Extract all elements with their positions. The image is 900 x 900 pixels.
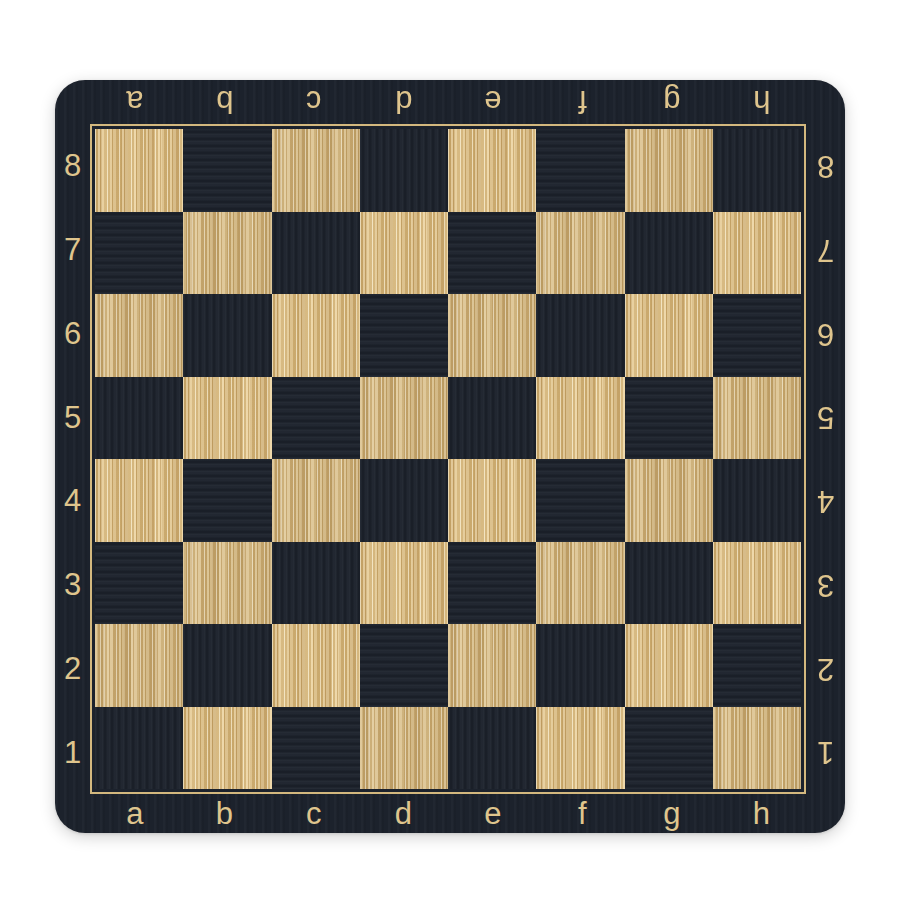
rank-left-label-7: 7 — [55, 208, 90, 292]
rank-right-label-7: 7 — [806, 208, 845, 292]
square-b1[interactable] — [183, 707, 271, 790]
square-e2[interactable] — [448, 624, 536, 707]
square-f2[interactable] — [536, 624, 624, 707]
square-c1[interactable] — [272, 707, 360, 790]
square-g4[interactable] — [625, 459, 713, 542]
square-e3[interactable] — [448, 542, 536, 625]
square-d8[interactable] — [360, 129, 448, 212]
file-bottom-label-h: h — [717, 794, 807, 833]
square-a8[interactable] — [95, 129, 183, 212]
file-top-label-c: c — [269, 80, 359, 124]
rank-left-label-4: 4 — [55, 459, 90, 543]
square-c7[interactable] — [272, 212, 360, 295]
square-f3[interactable] — [536, 542, 624, 625]
square-f4[interactable] — [536, 459, 624, 542]
square-e8[interactable] — [448, 129, 536, 212]
square-b4[interactable] — [183, 459, 271, 542]
square-g8[interactable] — [625, 129, 713, 212]
file-top-label-g: g — [627, 80, 717, 124]
square-b8[interactable] — [183, 129, 271, 212]
board-grid — [90, 124, 806, 794]
rank-labels-right: 87654321 — [806, 124, 845, 794]
rank-left-label-8: 8 — [55, 124, 90, 208]
square-h1[interactable] — [713, 707, 801, 790]
file-bottom-label-d: d — [359, 794, 449, 833]
square-c8[interactable] — [272, 129, 360, 212]
file-bottom-label-c: c — [269, 794, 359, 833]
rank-left-label-1: 1 — [55, 710, 90, 794]
square-g6[interactable] — [625, 294, 713, 377]
square-a6[interactable] — [95, 294, 183, 377]
square-f7[interactable] — [536, 212, 624, 295]
square-e1[interactable] — [448, 707, 536, 790]
file-top-label-d: d — [359, 80, 449, 124]
square-b3[interactable] — [183, 542, 271, 625]
rank-left-label-2: 2 — [55, 627, 90, 711]
square-e6[interactable] — [448, 294, 536, 377]
file-labels-top: abcdefgh — [90, 80, 806, 124]
file-top-label-b: b — [180, 80, 270, 124]
square-f5[interactable] — [536, 377, 624, 460]
rank-right-label-1: 1 — [806, 710, 845, 794]
square-b6[interactable] — [183, 294, 271, 377]
file-bottom-label-g: g — [627, 794, 717, 833]
rank-right-label-5: 5 — [806, 375, 845, 459]
square-g7[interactable] — [625, 212, 713, 295]
file-labels-bottom: abcdefgh — [90, 794, 806, 833]
rank-labels-left: 87654321 — [55, 124, 90, 794]
rank-right-label-6: 6 — [806, 292, 845, 376]
square-d5[interactable] — [360, 377, 448, 460]
square-a7[interactable] — [95, 212, 183, 295]
square-c4[interactable] — [272, 459, 360, 542]
square-d7[interactable] — [360, 212, 448, 295]
rank-left-label-3: 3 — [55, 543, 90, 627]
square-g5[interactable] — [625, 377, 713, 460]
square-b7[interactable] — [183, 212, 271, 295]
file-top-label-a: a — [90, 80, 180, 124]
square-e7[interactable] — [448, 212, 536, 295]
square-d3[interactable] — [360, 542, 448, 625]
square-g1[interactable] — [625, 707, 713, 790]
square-b5[interactable] — [183, 377, 271, 460]
square-h5[interactable] — [713, 377, 801, 460]
rank-left-label-6: 6 — [55, 292, 90, 376]
square-c5[interactable] — [272, 377, 360, 460]
square-b2[interactable] — [183, 624, 271, 707]
file-bottom-label-f: f — [538, 794, 628, 833]
square-a3[interactable] — [95, 542, 183, 625]
square-a4[interactable] — [95, 459, 183, 542]
square-h7[interactable] — [713, 212, 801, 295]
file-bottom-label-a: a — [90, 794, 180, 833]
square-d6[interactable] — [360, 294, 448, 377]
square-f8[interactable] — [536, 129, 624, 212]
square-c2[interactable] — [272, 624, 360, 707]
file-top-label-f: f — [538, 80, 628, 124]
square-e4[interactable] — [448, 459, 536, 542]
square-c3[interactable] — [272, 542, 360, 625]
file-top-label-h: h — [717, 80, 807, 124]
square-f6[interactable] — [536, 294, 624, 377]
square-a5[interactable] — [95, 377, 183, 460]
file-bottom-label-b: b — [180, 794, 270, 833]
square-e5[interactable] — [448, 377, 536, 460]
file-top-label-e: e — [448, 80, 538, 124]
square-g3[interactable] — [625, 542, 713, 625]
rank-right-label-4: 4 — [806, 459, 845, 543]
square-a1[interactable] — [95, 707, 183, 790]
file-bottom-label-e: e — [448, 794, 538, 833]
photo-background: abcdefgh 87654321 87654321 abcdefgh — [0, 0, 900, 900]
square-d2[interactable] — [360, 624, 448, 707]
square-h3[interactable] — [713, 542, 801, 625]
square-h4[interactable] — [713, 459, 801, 542]
square-d4[interactable] — [360, 459, 448, 542]
square-h6[interactable] — [713, 294, 801, 377]
rank-right-label-8: 8 — [806, 124, 845, 208]
square-c6[interactable] — [272, 294, 360, 377]
chess-board: abcdefgh 87654321 87654321 abcdefgh — [55, 80, 845, 833]
square-a2[interactable] — [95, 624, 183, 707]
rank-right-label-2: 2 — [806, 627, 845, 711]
square-f1[interactable] — [536, 707, 624, 790]
rank-left-label-5: 5 — [55, 375, 90, 459]
square-h2[interactable] — [713, 624, 801, 707]
rank-right-label-3: 3 — [806, 543, 845, 627]
square-d1[interactable] — [360, 707, 448, 790]
square-h8[interactable] — [713, 129, 801, 212]
square-g2[interactable] — [625, 624, 713, 707]
